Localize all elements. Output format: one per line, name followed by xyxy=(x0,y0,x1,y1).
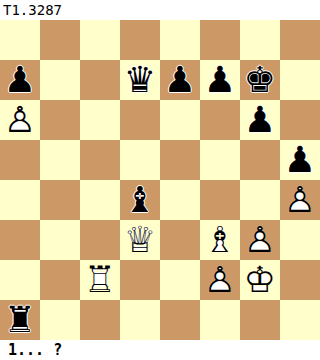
square-e6[interactable] xyxy=(160,100,200,140)
square-h1[interactable] xyxy=(280,300,320,340)
square-c2[interactable]: ♜♖ xyxy=(80,260,120,300)
puzzle-id: T1.3287 xyxy=(0,0,320,20)
square-h4[interactable]: ♟♙ xyxy=(280,180,320,220)
square-b7[interactable] xyxy=(40,60,80,100)
square-e3[interactable] xyxy=(160,220,200,260)
square-g7[interactable]: ♚ xyxy=(240,60,280,100)
square-c1[interactable] xyxy=(80,300,120,340)
black-pawn[interactable]: ♟ xyxy=(200,60,240,100)
square-h2[interactable] xyxy=(280,260,320,300)
white-king-outline: ♔ xyxy=(240,260,280,300)
white-pawn-outline: ♙ xyxy=(200,260,240,300)
square-g3[interactable]: ♟♙ xyxy=(240,220,280,260)
white-pawn-outline: ♙ xyxy=(240,220,280,260)
square-h8[interactable] xyxy=(280,20,320,60)
square-a8[interactable] xyxy=(0,20,40,60)
move-prompt: 1... ? xyxy=(0,340,320,360)
square-c4[interactable] xyxy=(80,180,120,220)
square-b1[interactable] xyxy=(40,300,80,340)
square-f1[interactable] xyxy=(200,300,240,340)
square-a1[interactable]: ♜ xyxy=(0,300,40,340)
black-bishop[interactable]: ♝ xyxy=(120,180,160,220)
square-b5[interactable] xyxy=(40,140,80,180)
square-f8[interactable] xyxy=(200,20,240,60)
chess-board: ♟♛♟♟♚♟♙♟♟♝♟♙♛♕♝♗♟♙♜♖♟♙♚♔♜ xyxy=(0,20,320,340)
square-e5[interactable] xyxy=(160,140,200,180)
square-g5[interactable] xyxy=(240,140,280,180)
square-g1[interactable] xyxy=(240,300,280,340)
square-a4[interactable] xyxy=(0,180,40,220)
square-f3[interactable]: ♝♗ xyxy=(200,220,240,260)
square-c6[interactable] xyxy=(80,100,120,140)
square-d8[interactable] xyxy=(120,20,160,60)
square-b8[interactable] xyxy=(40,20,80,60)
chess-puzzle-page: T1.3287 ♟♛♟♟♚♟♙♟♟♝♟♙♛♕♝♗♟♙♜♖♟♙♚♔♜ 1... ? xyxy=(0,0,320,360)
square-b4[interactable] xyxy=(40,180,80,220)
square-c3[interactable] xyxy=(80,220,120,260)
square-f5[interactable] xyxy=(200,140,240,180)
square-b6[interactable] xyxy=(40,100,80,140)
square-g4[interactable] xyxy=(240,180,280,220)
square-e4[interactable] xyxy=(160,180,200,220)
square-f7[interactable]: ♟ xyxy=(200,60,240,100)
square-b2[interactable] xyxy=(40,260,80,300)
square-d6[interactable] xyxy=(120,100,160,140)
black-pawn[interactable]: ♟ xyxy=(280,140,320,180)
square-d7[interactable]: ♛ xyxy=(120,60,160,100)
square-e1[interactable] xyxy=(160,300,200,340)
square-b3[interactable] xyxy=(40,220,80,260)
square-e8[interactable] xyxy=(160,20,200,60)
square-a2[interactable] xyxy=(0,260,40,300)
square-c8[interactable] xyxy=(80,20,120,60)
square-g2[interactable]: ♚♔ xyxy=(240,260,280,300)
square-h7[interactable] xyxy=(280,60,320,100)
square-a7[interactable]: ♟ xyxy=(0,60,40,100)
square-f2[interactable]: ♟♙ xyxy=(200,260,240,300)
square-d3[interactable]: ♛♕ xyxy=(120,220,160,260)
black-queen[interactable]: ♛ xyxy=(120,60,160,100)
square-e2[interactable] xyxy=(160,260,200,300)
square-h3[interactable] xyxy=(280,220,320,260)
black-pawn[interactable]: ♟ xyxy=(240,100,280,140)
square-d5[interactable] xyxy=(120,140,160,180)
white-pawn-outline: ♙ xyxy=(280,180,320,220)
square-a6[interactable]: ♟♙ xyxy=(0,100,40,140)
square-g8[interactable] xyxy=(240,20,280,60)
black-pawn[interactable]: ♟ xyxy=(160,60,200,100)
white-rook-outline: ♖ xyxy=(80,260,120,300)
white-queen-outline: ♕ xyxy=(120,220,160,260)
square-f6[interactable] xyxy=(200,100,240,140)
square-a3[interactable] xyxy=(0,220,40,260)
square-e7[interactable]: ♟ xyxy=(160,60,200,100)
square-d1[interactable] xyxy=(120,300,160,340)
square-g6[interactable]: ♟ xyxy=(240,100,280,140)
square-d4[interactable]: ♝ xyxy=(120,180,160,220)
square-d2[interactable] xyxy=(120,260,160,300)
black-rook[interactable]: ♜ xyxy=(0,300,40,340)
white-pawn-outline: ♙ xyxy=(0,100,40,140)
square-a5[interactable] xyxy=(0,140,40,180)
square-f4[interactable] xyxy=(200,180,240,220)
black-king[interactable]: ♚ xyxy=(240,60,280,100)
square-c7[interactable] xyxy=(80,60,120,100)
square-h6[interactable] xyxy=(280,100,320,140)
square-h5[interactable]: ♟ xyxy=(280,140,320,180)
black-pawn[interactable]: ♟ xyxy=(0,60,40,100)
white-bishop-outline: ♗ xyxy=(200,220,240,260)
square-c5[interactable] xyxy=(80,140,120,180)
